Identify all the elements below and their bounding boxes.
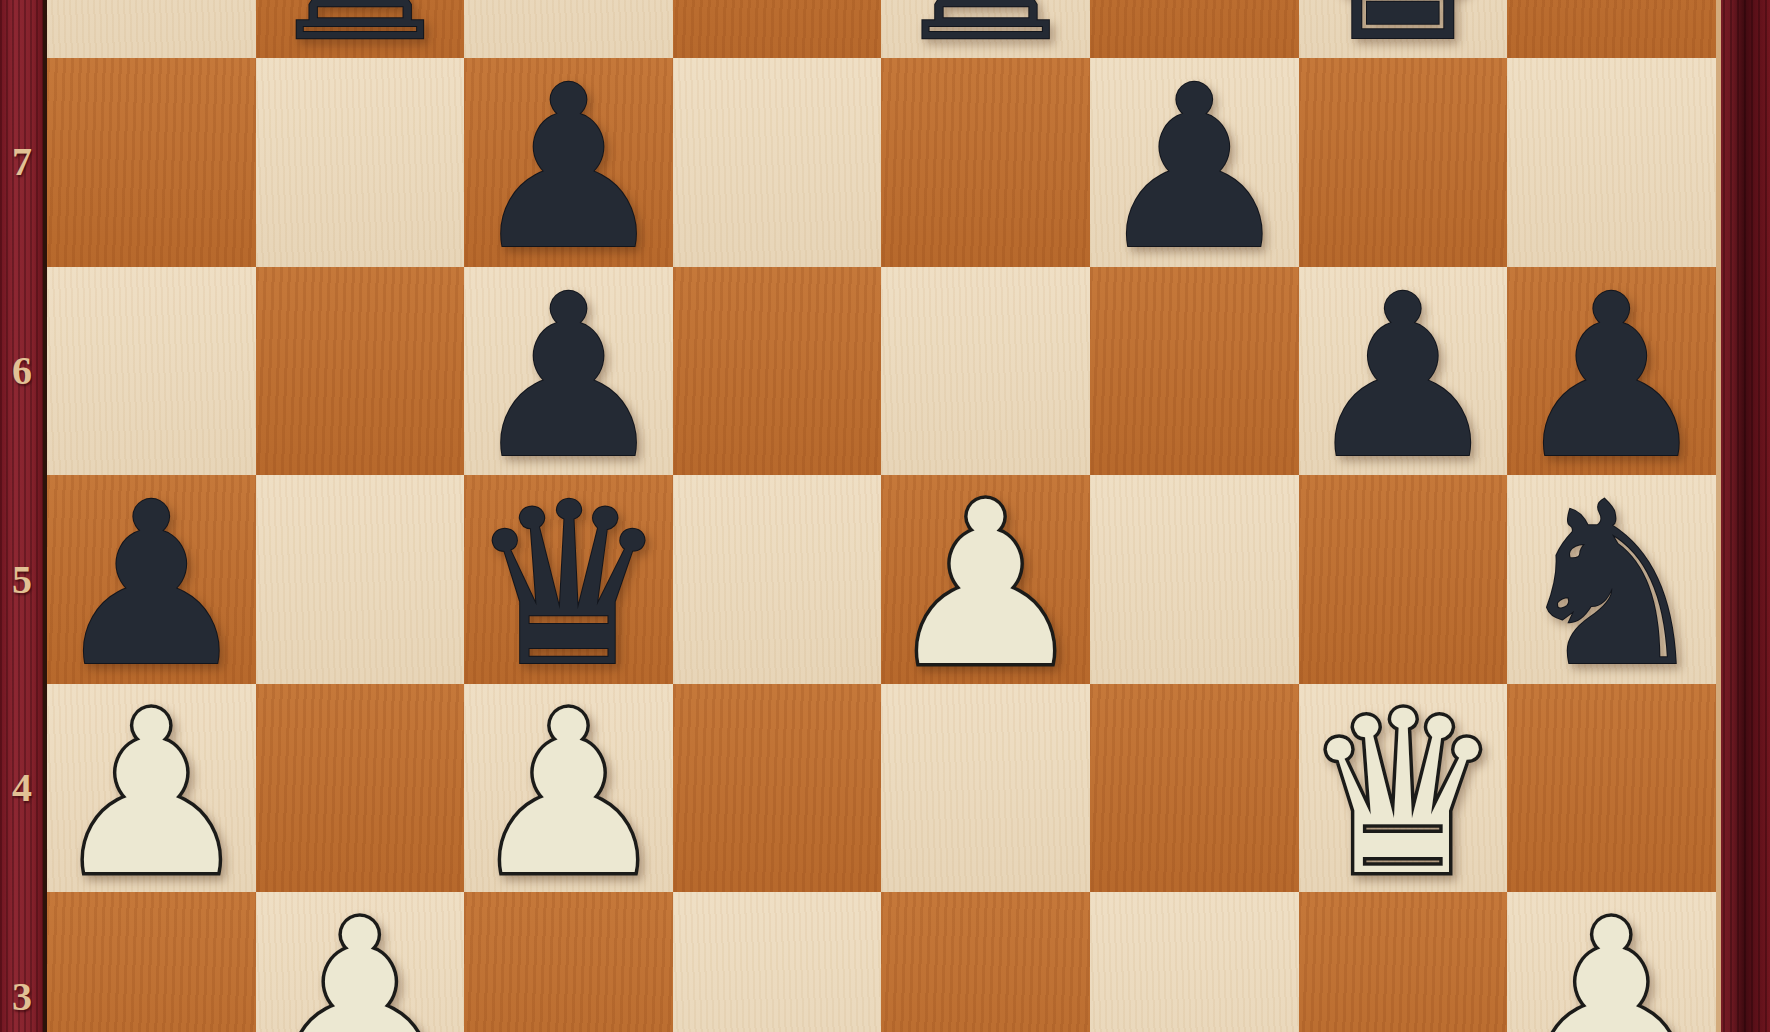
white-pawn-c4: ♟ [468,690,670,898]
white-queen-g4: ♛ [1302,690,1504,898]
square-f3[interactable] [1090,892,1299,1032]
white-pawn-h3: ♟ [1511,899,1713,1032]
square-a5[interactable]: ♟ [47,475,256,684]
square-e7[interactable] [881,58,1090,267]
square-b5[interactable] [256,475,465,684]
square-g8[interactable]: ♚ [1299,0,1508,58]
black-pawn-c7: ♟ [468,64,670,272]
square-f6[interactable] [1090,267,1299,476]
square-h6[interactable]: ♟ [1507,267,1716,476]
black-pawn-c6: ♟ [468,273,670,481]
square-d5[interactable] [673,475,882,684]
square-h4[interactable] [1507,684,1716,893]
square-a3[interactable] [47,892,256,1032]
rank-label-5: 5 [0,556,44,604]
black-pawn-g6: ♟ [1302,273,1504,481]
square-c5[interactable]: ♛ [464,475,673,684]
black-knight-h5: ♞ [1511,481,1713,689]
square-d7[interactable] [673,58,882,267]
square-c6[interactable]: ♟ [464,267,673,476]
square-h8[interactable] [1507,0,1716,58]
square-g6[interactable]: ♟ [1299,267,1508,476]
square-d6[interactable] [673,267,882,476]
square-b6[interactable] [256,267,465,476]
square-f5[interactable] [1090,475,1299,684]
square-d4[interactable] [673,684,882,893]
square-d8[interactable] [673,0,882,58]
square-a6[interactable] [47,267,256,476]
white-pawn-a4: ♟ [50,690,252,898]
chess-board: ♜♜♚♟♟♟♟♟♟♛♟♞♟♟♛♟♟ [47,0,1716,1032]
black-pawn-a5: ♟ [50,481,252,689]
square-a8[interactable] [47,0,256,58]
square-g7[interactable] [1299,58,1508,267]
square-e5[interactable]: ♟ [881,475,1090,684]
square-c3[interactable] [464,892,673,1032]
chess-board-viewport: ♜♜♚♟♟♟♟♟♟♛♟♞♟♟♛♟♟ 76543 [0,0,1770,1032]
white-pawn-e5: ♟ [885,481,1087,689]
frame-seam-right [1716,0,1721,1032]
rank-label-7: 7 [0,138,44,186]
square-e3[interactable] [881,892,1090,1032]
square-e6[interactable] [881,267,1090,476]
square-b8[interactable]: ♜ [256,0,465,58]
square-h7[interactable] [1507,58,1716,267]
square-a7[interactable] [47,58,256,267]
rank-label-4: 4 [0,764,44,812]
rank-label-3: 3 [0,973,44,1021]
black-king-g8: ♚ [1302,0,1504,64]
black-queen-c5: ♛ [468,481,670,689]
square-g5[interactable] [1299,475,1508,684]
square-f7[interactable]: ♟ [1090,58,1299,267]
square-f4[interactable] [1090,684,1299,893]
square-h3[interactable]: ♟ [1507,892,1716,1032]
square-g4[interactable]: ♛ [1299,684,1508,893]
black-pawn-f7: ♟ [1093,64,1295,272]
rank-label-6: 6 [0,347,44,395]
square-b3[interactable]: ♟ [256,892,465,1032]
square-b4[interactable] [256,684,465,893]
square-g3[interactable] [1299,892,1508,1032]
square-e4[interactable] [881,684,1090,893]
white-pawn-b3: ♟ [259,899,461,1032]
square-c7[interactable]: ♟ [464,58,673,267]
black-rook-b8: ♜ [259,0,461,64]
square-b7[interactable] [256,58,465,267]
square-c4[interactable]: ♟ [464,684,673,893]
square-h5[interactable]: ♞ [1507,475,1716,684]
board-frame-right [1716,0,1770,1032]
square-a4[interactable]: ♟ [47,684,256,893]
black-rook-e8: ♜ [885,0,1087,64]
black-pawn-h6: ♟ [1511,273,1713,481]
square-e8[interactable]: ♜ [881,0,1090,58]
square-d3[interactable] [673,892,882,1032]
